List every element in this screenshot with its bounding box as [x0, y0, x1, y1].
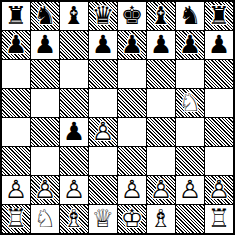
square-g6[interactable]: [176, 60, 204, 88]
square-h5[interactable]: [205, 89, 233, 117]
black-queen-icon: ♛: [89, 2, 117, 30]
square-e3[interactable]: [118, 147, 146, 175]
piece-black-king[interactable]: ♚♚: [118, 2, 146, 30]
square-f6[interactable]: [147, 60, 175, 88]
piece-black-pawn[interactable]: ♟♟: [89, 31, 117, 59]
piece-white-pawn[interactable]: ♟♙: [205, 176, 233, 204]
square-c6[interactable]: [60, 60, 88, 88]
square-d7[interactable]: ♟♟: [89, 31, 117, 59]
square-f3[interactable]: [147, 147, 175, 175]
black-pawn-icon: ♟: [118, 31, 146, 59]
piece-black-pawn[interactable]: ♟♟: [147, 31, 175, 59]
square-b1[interactable]: ♞♘: [31, 205, 59, 233]
square-c1[interactable]: ♝♗: [60, 205, 88, 233]
piece-white-king[interactable]: ♚♔: [118, 205, 146, 233]
piece-black-bishop[interactable]: ♝♝: [60, 2, 88, 30]
piece-black-knight[interactable]: ♞♞: [31, 2, 59, 30]
square-g7[interactable]: ♟♟: [176, 31, 204, 59]
white-pawn-icon: ♙: [31, 176, 59, 204]
square-d8[interactable]: ♛♛: [89, 2, 117, 30]
white-knight-icon: ♘: [31, 205, 59, 233]
black-rook-icon: ♜: [2, 2, 30, 30]
white-rook-icon: ♖: [205, 205, 233, 233]
white-bishop-icon: ♗: [60, 205, 88, 233]
white-pawn-icon: ♙: [89, 118, 117, 146]
square-f2[interactable]: ♟♙: [147, 176, 175, 204]
square-c7[interactable]: [60, 31, 88, 59]
black-pawn-icon: ♟: [205, 31, 233, 59]
white-pawn-icon: ♙: [2, 176, 30, 204]
piece-black-rook[interactable]: ♜♜: [2, 2, 30, 30]
square-a2[interactable]: ♟♙: [2, 176, 30, 204]
square-h7[interactable]: ♟♟: [205, 31, 233, 59]
square-f1[interactable]: ♝♗: [147, 205, 175, 233]
piece-white-pawn[interactable]: ♟♙: [31, 176, 59, 204]
square-f8[interactable]: ♝♝: [147, 2, 175, 30]
piece-white-pawn[interactable]: ♟♙: [118, 176, 146, 204]
square-a3[interactable]: [2, 147, 30, 175]
piece-white-queen[interactable]: ♛♕: [89, 205, 117, 233]
square-e2[interactable]: ♟♙: [118, 176, 146, 204]
square-a6[interactable]: [2, 60, 30, 88]
square-a8[interactable]: ♜♜: [2, 2, 30, 30]
square-h2[interactable]: ♟♙: [205, 176, 233, 204]
square-b8[interactable]: ♞♞: [31, 2, 59, 30]
square-d6[interactable]: [89, 60, 117, 88]
chess-board: ♜♜♞♞♝♝♛♛♚♚♝♝♞♞♜♜♟♟♟♟♟♟♟♟♟♟♟♟♟♟♞♘♟♟♟♙♟♙♟♙…: [2, 2, 233, 233]
white-pawn-icon: ♙: [176, 176, 204, 204]
piece-white-bishop[interactable]: ♝♗: [60, 205, 88, 233]
square-b7[interactable]: ♟♟: [31, 31, 59, 59]
square-d5[interactable]: [89, 89, 117, 117]
square-g1[interactable]: [176, 205, 204, 233]
square-d3[interactable]: [89, 147, 117, 175]
square-b3[interactable]: [31, 147, 59, 175]
square-h3[interactable]: [205, 147, 233, 175]
square-b4[interactable]: [31, 118, 59, 146]
square-g2[interactable]: ♟♙: [176, 176, 204, 204]
white-pawn-icon: ♙: [60, 176, 88, 204]
square-g3[interactable]: [176, 147, 204, 175]
square-g4[interactable]: [176, 118, 204, 146]
piece-black-pawn[interactable]: ♟♟: [60, 118, 88, 146]
black-pawn-icon: ♟: [147, 31, 175, 59]
square-e4[interactable]: [118, 118, 146, 146]
piece-black-pawn[interactable]: ♟♟: [31, 31, 59, 59]
square-d2[interactable]: [89, 176, 117, 204]
square-e8[interactable]: ♚♚: [118, 2, 146, 30]
square-e7[interactable]: ♟♟: [118, 31, 146, 59]
piece-white-bishop[interactable]: ♝♗: [147, 205, 175, 233]
square-e5[interactable]: [118, 89, 146, 117]
white-pawn-icon: ♙: [205, 176, 233, 204]
square-a1[interactable]: ♜♖: [2, 205, 30, 233]
square-c5[interactable]: [60, 89, 88, 117]
black-pawn-icon: ♟: [60, 118, 88, 146]
black-rook-icon: ♜: [205, 2, 233, 30]
square-g5[interactable]: ♞♘: [176, 89, 204, 117]
square-h1[interactable]: ♜♖: [205, 205, 233, 233]
piece-black-queen[interactable]: ♛♛: [89, 2, 117, 30]
white-king-icon: ♔: [118, 205, 146, 233]
square-h4[interactable]: [205, 118, 233, 146]
square-f4[interactable]: [147, 118, 175, 146]
black-bishop-icon: ♝: [60, 2, 88, 30]
piece-white-knight[interactable]: ♞♘: [176, 89, 204, 117]
square-d1[interactable]: ♛♕: [89, 205, 117, 233]
piece-white-pawn[interactable]: ♟♙: [2, 176, 30, 204]
square-c2[interactable]: ♟♙: [60, 176, 88, 204]
square-b6[interactable]: [31, 60, 59, 88]
piece-black-knight[interactable]: ♞♞: [176, 2, 204, 30]
square-g8[interactable]: ♞♞: [176, 2, 204, 30]
white-rook-icon: ♖: [2, 205, 30, 233]
square-c8[interactable]: ♝♝: [60, 2, 88, 30]
piece-black-bishop[interactable]: ♝♝: [147, 2, 175, 30]
black-bishop-icon: ♝: [147, 2, 175, 30]
white-knight-icon: ♘: [176, 89, 204, 117]
piece-black-pawn[interactable]: ♟♟: [118, 31, 146, 59]
white-pawn-icon: ♙: [147, 176, 175, 204]
square-e6[interactable]: [118, 60, 146, 88]
square-a5[interactable]: [2, 89, 30, 117]
black-pawn-icon: ♟: [89, 31, 117, 59]
white-pawn-icon: ♙: [118, 176, 146, 204]
black-knight-icon: ♞: [176, 2, 204, 30]
square-c4[interactable]: ♟♟: [60, 118, 88, 146]
square-e1[interactable]: ♚♔: [118, 205, 146, 233]
piece-black-pawn[interactable]: ♟♟: [205, 31, 233, 59]
square-h8[interactable]: ♜♜: [205, 2, 233, 30]
square-d4[interactable]: ♟♙: [89, 118, 117, 146]
piece-white-rook[interactable]: ♜♖: [2, 205, 30, 233]
black-pawn-icon: ♟: [2, 31, 30, 59]
piece-white-knight[interactable]: ♞♘: [31, 205, 59, 233]
piece-white-pawn[interactable]: ♟♙: [89, 118, 117, 146]
black-king-icon: ♚: [118, 2, 146, 30]
piece-white-pawn[interactable]: ♟♙: [60, 176, 88, 204]
square-b2[interactable]: ♟♙: [31, 176, 59, 204]
black-pawn-icon: ♟: [31, 31, 59, 59]
square-c3[interactable]: [60, 147, 88, 175]
square-f5[interactable]: [147, 89, 175, 117]
piece-black-pawn[interactable]: ♟♟: [2, 31, 30, 59]
square-b5[interactable]: [31, 89, 59, 117]
piece-white-pawn[interactable]: ♟♙: [176, 176, 204, 204]
chess-board-frame: ♜♜♞♞♝♝♛♛♚♚♝♝♞♞♜♜♟♟♟♟♟♟♟♟♟♟♟♟♟♟♞♘♟♟♟♙♟♙♟♙…: [0, 0, 235, 235]
piece-black-pawn[interactable]: ♟♟: [176, 31, 204, 59]
square-a7[interactable]: ♟♟: [2, 31, 30, 59]
white-queen-icon: ♕: [89, 205, 117, 233]
piece-white-pawn[interactable]: ♟♙: [147, 176, 175, 204]
square-a4[interactable]: [2, 118, 30, 146]
square-h6[interactable]: [205, 60, 233, 88]
piece-black-rook[interactable]: ♜♜: [205, 2, 233, 30]
white-bishop-icon: ♗: [147, 205, 175, 233]
piece-white-rook[interactable]: ♜♖: [205, 205, 233, 233]
black-knight-icon: ♞: [31, 2, 59, 30]
black-pawn-icon: ♟: [176, 31, 204, 59]
square-f7[interactable]: ♟♟: [147, 31, 175, 59]
